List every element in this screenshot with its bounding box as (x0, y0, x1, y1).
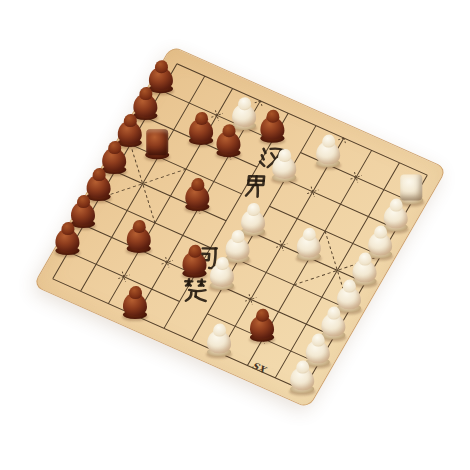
piece-brown-soldier[interactable] (123, 286, 149, 320)
piece-body (400, 175, 422, 201)
piece-head (132, 220, 145, 233)
piece-head (238, 98, 251, 111)
piece-head (222, 124, 235, 137)
piece-head (296, 360, 309, 373)
piece-head (212, 323, 225, 336)
piece-head (327, 306, 340, 319)
pieces-layer (34, 47, 446, 408)
piece-brown-cannon[interactable] (185, 178, 211, 212)
piece-head (374, 226, 387, 239)
piece-head (129, 286, 142, 299)
piece-brown-chariot[interactable] (145, 127, 171, 161)
piece-ivory-soldier[interactable] (206, 323, 232, 357)
piece-head (123, 114, 136, 127)
photo-scene: SX (0, 0, 470, 470)
piece-ivory-elephant[interactable] (296, 228, 322, 262)
piece-head (188, 244, 201, 257)
piece-head (247, 203, 260, 216)
piece-body (147, 130, 169, 156)
piece-head (278, 149, 291, 162)
piece-brown-soldier[interactable] (181, 244, 207, 278)
piece-brown-soldier[interactable] (126, 220, 152, 254)
piece-head (231, 230, 244, 243)
piece-ivory-soldier[interactable] (271, 149, 297, 183)
piece-head (302, 228, 315, 241)
piece-brown-chariot[interactable] (216, 124, 242, 158)
piece-head (358, 253, 371, 266)
piece-head (216, 257, 229, 270)
piece-head (139, 87, 152, 100)
piece-head (92, 168, 105, 181)
piece-head (154, 60, 167, 73)
piece-head (311, 333, 324, 346)
piece-ivory-cannon[interactable] (315, 135, 341, 169)
xiangqi-board-mat: SX (33, 45, 448, 408)
piece-head (77, 195, 90, 208)
piece-head (342, 279, 355, 292)
piece-head (389, 199, 402, 212)
piece-brown-cannon[interactable] (188, 112, 214, 146)
piece-brown-horse[interactable] (55, 222, 81, 256)
piece-head (256, 308, 269, 321)
piece-head (61, 222, 74, 235)
piece-ivory-chariot[interactable] (289, 360, 315, 394)
piece-head (108, 141, 121, 154)
piece-head (191, 178, 204, 191)
piece-head (266, 110, 279, 123)
piece-brown-soldier[interactable] (249, 308, 275, 342)
piece-head (321, 135, 334, 148)
piece-ivory-soldier[interactable] (209, 257, 235, 291)
piece-head (194, 112, 207, 125)
piece-brown-soldier[interactable] (259, 110, 285, 144)
